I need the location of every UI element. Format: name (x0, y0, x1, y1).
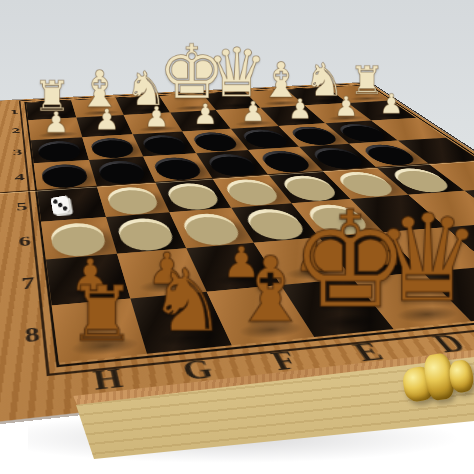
checker-dark-g4[interactable] (96, 160, 147, 183)
die[interactable] (51, 195, 71, 215)
square-g5[interactable] (97, 182, 170, 217)
square-h8[interactable]: ♜ (52, 298, 147, 362)
light-pawn-a2[interactable]: ♟ (379, 90, 403, 117)
checker-dark-f4[interactable] (151, 156, 204, 178)
light-pawn-e2[interactable]: ♟ (193, 100, 218, 128)
checker-dark-d3[interactable] (238, 129, 290, 147)
checker-light-f5[interactable] (164, 182, 222, 208)
light-pawn-h2[interactable]: ♟ (43, 108, 69, 137)
square-g8[interactable]: ♞ (130, 292, 232, 354)
rank-label-8: 8 (0, 306, 56, 369)
dark-bishop-f8[interactable]: ♝ (230, 245, 311, 336)
dark-rook-h8[interactable]: ♜ (68, 276, 136, 352)
checker-dark-h3[interactable] (37, 140, 82, 160)
checker-light-g5[interactable] (105, 186, 161, 213)
rank-label-3: 3 (0, 140, 32, 165)
board-grid: ♜♝♞♚♛♝♞♜♟♟♟♟♟♟♟♟♟♟♟♟♟♜♞♝♚♛ (26, 85, 474, 362)
light-pawn-b2[interactable]: ♟ (334, 93, 359, 120)
brass-clasp (397, 347, 474, 412)
rank-label-1: 1 (0, 103, 27, 122)
rank-label-7: 7 (0, 260, 49, 311)
light-pawn-d2[interactable]: ♟ (241, 97, 266, 125)
product-photo-stage: ♜♝♞♚♛♝♞♜♟♟♟♟♟♟♟♟♟♟♟♟♟♜♞♝♚♛ 12345678 HGFE… (0, 0, 474, 474)
light-pawn-f2[interactable]: ♟ (144, 102, 170, 131)
rank-label-2: 2 (0, 120, 29, 142)
square-h3[interactable] (31, 137, 89, 163)
checker-dark-g3[interactable] (89, 137, 136, 157)
dark-knight-g8[interactable]: ♞ (149, 257, 226, 343)
light-pawn-c2[interactable]: ♟ (288, 95, 313, 123)
rank-label-4: 4 (0, 163, 35, 193)
light-pawn-g2[interactable]: ♟ (94, 105, 120, 134)
checker-light-e5[interactable] (221, 178, 282, 203)
checker-dark-e4[interactable] (204, 153, 259, 175)
checker-dark-h4[interactable] (41, 163, 89, 186)
checker-dark-e3[interactable] (190, 131, 241, 150)
square-h5[interactable] (37, 186, 106, 222)
